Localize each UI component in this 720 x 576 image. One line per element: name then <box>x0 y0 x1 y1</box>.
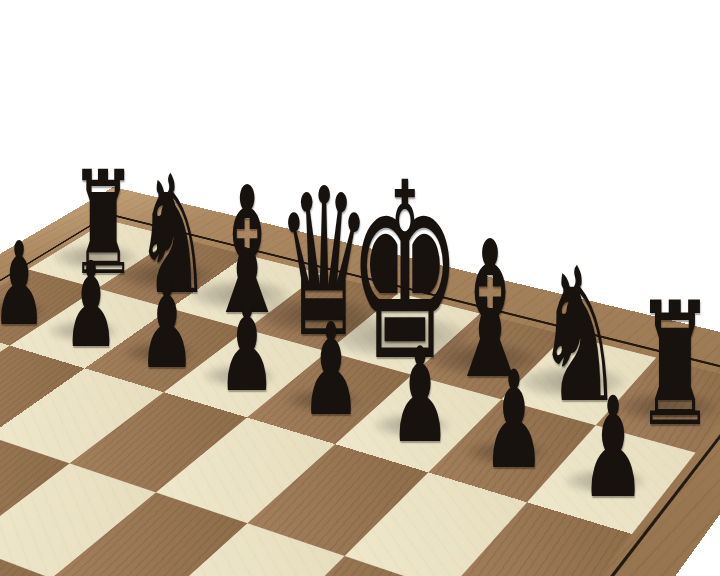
piece-black-pawn-c7: ♟ <box>139 265 195 386</box>
piece-black-pawn-b7: ♟ <box>64 246 119 364</box>
piece-black-rook-h8: ♜ <box>635 280 715 451</box>
piece-black-pawn-g7: ♟ <box>482 354 545 489</box>
piece-black-pawn-h7: ♟ <box>581 379 646 518</box>
piece-black-pawn-f7: ♟ <box>389 330 450 461</box>
pieces-layer: ♜♞♝♛♚♝♞♜♟♟♟♟♟♟♟♟ <box>0 0 720 576</box>
chess-set-product-photo: ♜♞♝♛♚♝♞♜♟♟♟♟♟♟♟♟ <box>0 0 720 576</box>
piece-black-pawn-d7: ♟ <box>218 285 276 409</box>
piece-black-pawn-a7: ♟ <box>0 227 46 342</box>
piece-black-pawn-e7: ♟ <box>301 307 360 435</box>
